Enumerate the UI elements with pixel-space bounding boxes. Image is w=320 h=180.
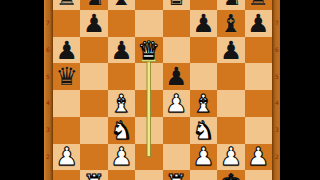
piece-white-knight-f3[interactable]: ♞ (190, 117, 217, 144)
piece-black-pawn-b7[interactable]: ♟ (80, 10, 107, 37)
piece-white-pawn-f2[interactable]: ♟ (190, 144, 217, 171)
rank-label-5: 5 (44, 74, 52, 80)
piece-black-pawn-c6[interactable]: ♟ (108, 37, 135, 64)
piece-white-knight-c3[interactable]: ♞ (108, 117, 135, 144)
rank-label-7: 7 (44, 20, 52, 26)
piece-black-pawn-g6[interactable]: ♟ (217, 37, 244, 64)
piece-white-rook-e1[interactable]: ♜ (163, 170, 190, 180)
piece-black-pawn-h7[interactable]: ♟ (245, 10, 272, 37)
piece-black-rook-a8[interactable]: ♜ (53, 0, 80, 10)
letterbox-left (0, 0, 44, 180)
rank-label-5: 5 (273, 74, 280, 80)
board-grid: ♜♞♝♚♞♜♟♟♝♟♟♟♛♟♛♟♝♟♝♞♞♟♟♟♟♟♜♜♚ (53, 0, 272, 180)
piece-black-pawn-e5[interactable]: ♟ (163, 63, 190, 90)
piece-black-pawn-f7[interactable]: ♟ (190, 10, 217, 37)
piece-white-pawn-g2[interactable]: ♟ (217, 144, 244, 171)
piece-black-queen-a5[interactable]: ♛ (53, 63, 80, 90)
video-frame: ♜♞♝♚♞♜♟♟♝♟♟♟♛♟♛♟♝♟♝♞♞♟♟♟♟♟♜♜♚ 87654321 8… (0, 0, 320, 180)
piece-white-pawn-a2[interactable]: ♟ (53, 144, 80, 171)
rank-label-4: 4 (44, 100, 52, 106)
rank-label-6: 6 (44, 47, 52, 53)
chess-board: ♜♞♝♚♞♜♟♟♝♟♟♟♛♟♛♟♝♟♝♞♞♟♟♟♟♟♜♜♚ 87654321 8… (44, 0, 280, 180)
board-frame-left: 87654321 (44, 0, 53, 180)
piece-black-bishop-g7[interactable]: ♝ (217, 10, 244, 37)
piece-black-bishop-c8[interactable]: ♝ (108, 0, 135, 10)
piece-white-king-g1[interactable]: ♚ (217, 170, 244, 180)
rank-label-3: 3 (273, 127, 280, 133)
rank-label-7: 7 (273, 20, 280, 26)
piece-black-pawn-a6[interactable]: ♟ (53, 37, 80, 64)
piece-white-queen-d6[interactable]: ♛ (135, 37, 162, 64)
piece-white-bishop-f4[interactable]: ♝ (190, 90, 217, 117)
rank-label-2: 2 (273, 154, 280, 160)
piece-white-pawn-c2[interactable]: ♟ (108, 144, 135, 171)
rank-label-3: 3 (44, 127, 52, 133)
rank-label-4: 4 (273, 100, 280, 106)
piece-black-king-e8[interactable]: ♚ (163, 0, 190, 10)
rank-label-6: 6 (273, 47, 280, 53)
piece-white-bishop-c4[interactable]: ♝ (108, 90, 135, 117)
board-frame-right: 87654321 (272, 0, 280, 180)
piece-white-rook-b1[interactable]: ♜ (80, 170, 107, 180)
letterbox-right (280, 0, 320, 180)
pieces-layer: ♜♞♝♚♞♜♟♟♝♟♟♟♛♟♛♟♝♟♝♞♞♟♟♟♟♟♜♜♚ (53, 0, 272, 180)
piece-white-pawn-e4[interactable]: ♟ (163, 90, 190, 117)
rank-label-2: 2 (44, 154, 52, 160)
piece-white-pawn-h2[interactable]: ♟ (245, 144, 272, 171)
